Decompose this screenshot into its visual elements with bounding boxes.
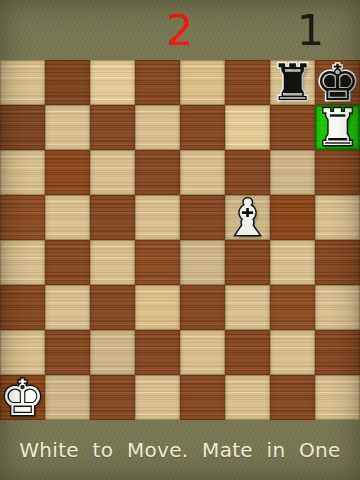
square-h2[interactable] [315, 330, 360, 375]
square-f1[interactable] [225, 375, 270, 420]
square-d8[interactable] [135, 60, 180, 105]
square-g6[interactable] [270, 150, 315, 195]
piece-white-bishop[interactable]: ♝ [225, 195, 270, 240]
square-e6[interactable] [180, 150, 225, 195]
chess-puzzle-app: 2 1 ♜♚♜♝♚ White to Move. Mate in One [0, 0, 360, 480]
square-f5[interactable]: ♝ [225, 195, 270, 240]
square-c6[interactable] [90, 150, 135, 195]
square-e5[interactable] [180, 195, 225, 240]
square-f8[interactable] [225, 60, 270, 105]
square-h1[interactable] [315, 375, 360, 420]
score-bar: 2 1 [0, 0, 360, 60]
square-c8[interactable] [90, 60, 135, 105]
piece-white-rook[interactable]: ♜ [315, 105, 360, 150]
square-f3[interactable] [225, 285, 270, 330]
square-a3[interactable] [0, 285, 45, 330]
square-b3[interactable] [45, 285, 90, 330]
square-c4[interactable] [90, 240, 135, 285]
square-a1[interactable]: ♚ [0, 375, 45, 420]
square-f7[interactable] [225, 105, 270, 150]
status-text: White to Move. Mate in One [19, 438, 340, 462]
piece-black-rook[interactable]: ♜ [270, 60, 315, 105]
black-counter: 1 [297, 0, 324, 60]
square-h7[interactable]: ♜ [315, 105, 360, 150]
square-b5[interactable] [45, 195, 90, 240]
square-d3[interactable] [135, 285, 180, 330]
square-g3[interactable] [270, 285, 315, 330]
square-f2[interactable] [225, 330, 270, 375]
square-d2[interactable] [135, 330, 180, 375]
square-e2[interactable] [180, 330, 225, 375]
square-h3[interactable] [315, 285, 360, 330]
square-c3[interactable] [90, 285, 135, 330]
square-d5[interactable] [135, 195, 180, 240]
chess-board[interactable]: ♜♚♜♝♚ [0, 60, 360, 420]
square-g5[interactable] [270, 195, 315, 240]
square-g8[interactable]: ♜ [270, 60, 315, 105]
square-a8[interactable] [0, 60, 45, 105]
piece-white-king[interactable]: ♚ [0, 375, 45, 420]
square-b7[interactable] [45, 105, 90, 150]
square-g4[interactable] [270, 240, 315, 285]
square-a5[interactable] [0, 195, 45, 240]
square-d6[interactable] [135, 150, 180, 195]
square-c1[interactable] [90, 375, 135, 420]
red-counter: 2 [166, 0, 193, 60]
square-a6[interactable] [0, 150, 45, 195]
square-d1[interactable] [135, 375, 180, 420]
square-e4[interactable] [180, 240, 225, 285]
square-e1[interactable] [180, 375, 225, 420]
square-h4[interactable] [315, 240, 360, 285]
square-b1[interactable] [45, 375, 90, 420]
square-c2[interactable] [90, 330, 135, 375]
square-d4[interactable] [135, 240, 180, 285]
square-d7[interactable] [135, 105, 180, 150]
status-bar: White to Move. Mate in One [0, 420, 360, 480]
square-b8[interactable] [45, 60, 90, 105]
square-c5[interactable] [90, 195, 135, 240]
square-b2[interactable] [45, 330, 90, 375]
square-g1[interactable] [270, 375, 315, 420]
square-c7[interactable] [90, 105, 135, 150]
square-e8[interactable] [180, 60, 225, 105]
square-f4[interactable] [225, 240, 270, 285]
square-h5[interactable] [315, 195, 360, 240]
square-b6[interactable] [45, 150, 90, 195]
square-b4[interactable] [45, 240, 90, 285]
square-a7[interactable] [0, 105, 45, 150]
square-a4[interactable] [0, 240, 45, 285]
square-g2[interactable] [270, 330, 315, 375]
square-e3[interactable] [180, 285, 225, 330]
square-e7[interactable] [180, 105, 225, 150]
